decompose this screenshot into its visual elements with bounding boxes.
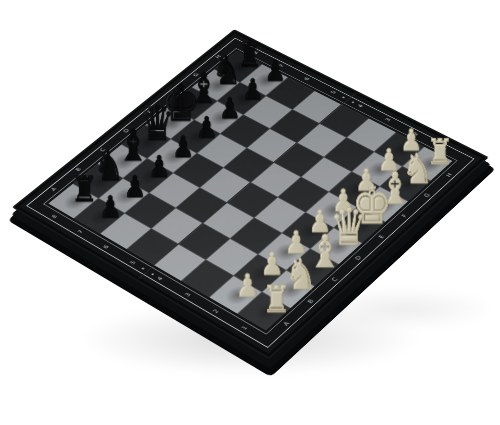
chess-set-photo: ABCDEFGH ABCDEFGH 87654321 87654321 ▾ ▴ … (0, 0, 500, 425)
piece-black-pawn-a7[interactable]: ♟ (83, 192, 137, 222)
piece-white-rook-a1[interactable]: ♜ (248, 281, 304, 318)
board-tilt-wrapper: ABCDEFGH ABCDEFGH 87654321 87654321 ▾ ▴ … (0, 0, 500, 425)
chess-board: ABCDEFGH ABCDEFGH 87654321 87654321 ▾ ▴ … (11, 29, 488, 359)
board-squares: ♜♞♝♛♚♝♞♜♟♟♟♟♟♟♟♟♟♟♟♟♟♟♟♟♜♞♝♛♚♝♞♜ (48, 51, 452, 330)
board-frame: ABCDEFGH ABCDEFGH 87654321 87654321 ▾ ▴ … (11, 29, 488, 359)
